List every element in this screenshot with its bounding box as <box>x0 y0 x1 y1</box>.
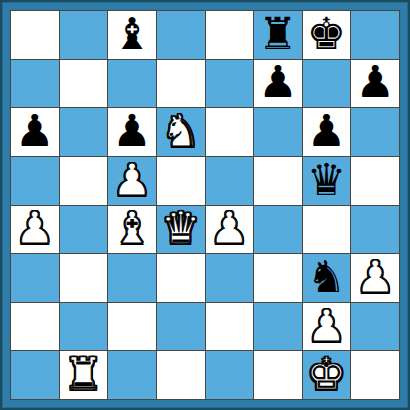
square-h3[interactable]: ♟ <box>351 254 399 302</box>
square-e8[interactable] <box>206 11 254 59</box>
square-a7[interactable] <box>11 60 59 108</box>
white-bishop[interactable]: ♝ <box>112 206 151 250</box>
square-f8[interactable]: ♜ <box>254 11 302 59</box>
square-g3[interactable]: ♞ <box>303 254 351 302</box>
square-g8[interactable]: ♚ <box>303 11 351 59</box>
square-d1[interactable] <box>157 351 205 399</box>
square-f1[interactable] <box>254 351 302 399</box>
square-f7[interactable]: ♟ <box>254 60 302 108</box>
square-c8[interactable]: ♝ <box>108 11 156 59</box>
square-a2[interactable] <box>11 303 59 351</box>
white-pawn[interactable]: ♟ <box>210 206 249 250</box>
square-g7[interactable] <box>303 60 351 108</box>
square-d8[interactable] <box>157 11 205 59</box>
white-queen[interactable]: ♛ <box>161 206 200 250</box>
square-c7[interactable] <box>108 60 156 108</box>
square-h5[interactable] <box>351 157 399 205</box>
square-h4[interactable] <box>351 206 399 254</box>
square-c6[interactable]: ♟ <box>108 108 156 156</box>
white-rook[interactable]: ♜ <box>64 352 103 396</box>
square-g1[interactable]: ♚ <box>303 351 351 399</box>
square-b8[interactable] <box>60 11 108 59</box>
square-b2[interactable] <box>60 303 108 351</box>
square-g6[interactable]: ♟ <box>303 108 351 156</box>
black-bishop[interactable]: ♝ <box>112 12 151 56</box>
white-pawn[interactable]: ♟ <box>15 206 54 250</box>
white-pawn[interactable]: ♟ <box>112 158 151 202</box>
square-e3[interactable] <box>206 254 254 302</box>
square-d7[interactable] <box>157 60 205 108</box>
chess-board: ♝♜♚♟♟♟♟♞♟♟♛♟♝♛♟♞♟♟♜♚ <box>10 10 400 400</box>
black-king[interactable]: ♚ <box>307 12 346 56</box>
square-d5[interactable] <box>157 157 205 205</box>
black-queen[interactable]: ♛ <box>307 158 346 202</box>
square-f6[interactable] <box>254 108 302 156</box>
white-pawn[interactable]: ♟ <box>307 304 346 348</box>
square-g4[interactable] <box>303 206 351 254</box>
square-e1[interactable] <box>206 351 254 399</box>
black-rook[interactable]: ♜ <box>258 12 297 56</box>
square-e7[interactable] <box>206 60 254 108</box>
board-frame: ♝♜♚♟♟♟♟♞♟♟♛♟♝♛♟♞♟♟♜♚ <box>0 0 410 410</box>
square-c5[interactable]: ♟ <box>108 157 156 205</box>
square-b1[interactable]: ♜ <box>60 351 108 399</box>
square-c4[interactable]: ♝ <box>108 206 156 254</box>
square-e6[interactable] <box>206 108 254 156</box>
square-c1[interactable] <box>108 351 156 399</box>
square-a6[interactable]: ♟ <box>11 108 59 156</box>
square-d2[interactable] <box>157 303 205 351</box>
square-b3[interactable] <box>60 254 108 302</box>
square-h6[interactable] <box>351 108 399 156</box>
square-e5[interactable] <box>206 157 254 205</box>
square-d3[interactable] <box>157 254 205 302</box>
square-b6[interactable] <box>60 108 108 156</box>
black-knight[interactable]: ♞ <box>307 255 346 299</box>
white-pawn[interactable]: ♟ <box>355 255 394 299</box>
square-f3[interactable] <box>254 254 302 302</box>
square-a4[interactable]: ♟ <box>11 206 59 254</box>
square-d6[interactable]: ♞ <box>157 108 205 156</box>
square-b4[interactable] <box>60 206 108 254</box>
white-king[interactable]: ♚ <box>307 352 346 396</box>
black-pawn[interactable]: ♟ <box>355 60 394 104</box>
square-e2[interactable] <box>206 303 254 351</box>
black-pawn[interactable]: ♟ <box>15 109 54 153</box>
square-f2[interactable] <box>254 303 302 351</box>
square-h8[interactable] <box>351 11 399 59</box>
square-h7[interactable]: ♟ <box>351 60 399 108</box>
square-e4[interactable]: ♟ <box>206 206 254 254</box>
square-a1[interactable] <box>11 351 59 399</box>
square-g2[interactable]: ♟ <box>303 303 351 351</box>
square-c3[interactable] <box>108 254 156 302</box>
square-f4[interactable] <box>254 206 302 254</box>
square-b7[interactable] <box>60 60 108 108</box>
square-h2[interactable] <box>351 303 399 351</box>
square-h1[interactable] <box>351 351 399 399</box>
square-a5[interactable] <box>11 157 59 205</box>
square-a8[interactable] <box>11 11 59 59</box>
square-b5[interactable] <box>60 157 108 205</box>
square-g5[interactable]: ♛ <box>303 157 351 205</box>
square-c2[interactable] <box>108 303 156 351</box>
black-pawn[interactable]: ♟ <box>307 109 346 153</box>
white-knight[interactable]: ♞ <box>161 109 200 153</box>
square-d4[interactable]: ♛ <box>157 206 205 254</box>
square-f5[interactable] <box>254 157 302 205</box>
black-pawn[interactable]: ♟ <box>258 60 297 104</box>
black-pawn[interactable]: ♟ <box>112 109 151 153</box>
square-a3[interactable] <box>11 254 59 302</box>
